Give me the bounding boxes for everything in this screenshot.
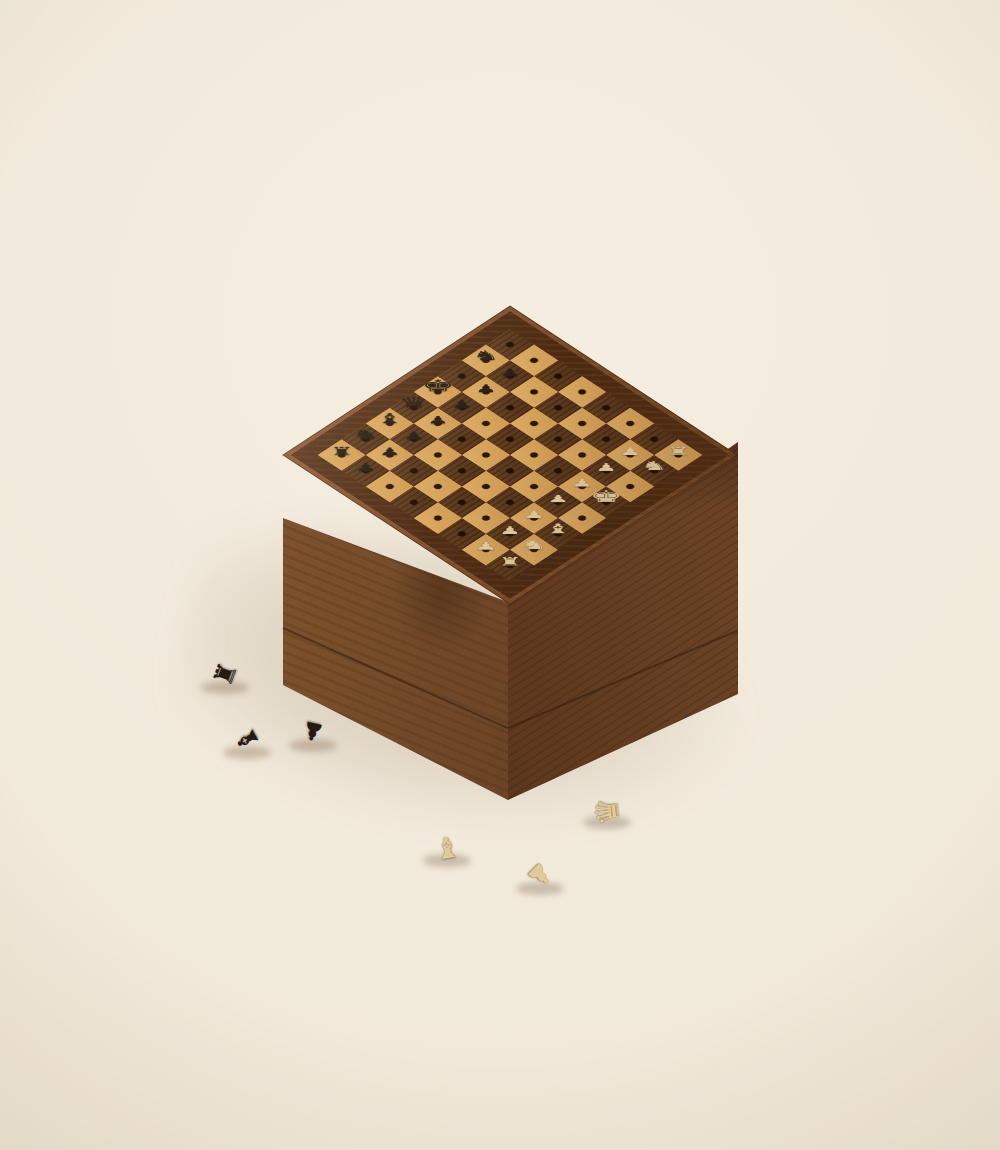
piece-glyph: ♛ [589, 790, 624, 833]
photo-scene: ♜♞♝♛♚♞♟♟♟♟♟♟♟♟♟♟♟♟♟♟♜♞♝♚♞♜ ♜♝♟♝♟♛ [0, 0, 1000, 1150]
piece-glyph: ♝ [425, 831, 469, 865]
piece-glyph: ♜ [658, 446, 698, 457]
